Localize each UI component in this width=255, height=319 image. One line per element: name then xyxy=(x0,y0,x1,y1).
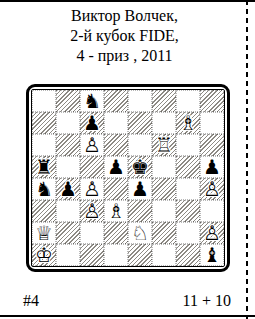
piece-white-queen[interactable]: ♕ xyxy=(35,222,53,244)
square-g5[interactable] xyxy=(176,156,200,178)
square-f7[interactable] xyxy=(152,112,176,134)
square-a2[interactable]: ♕ xyxy=(32,222,56,244)
square-a8[interactable] xyxy=(32,90,56,112)
square-c1[interactable] xyxy=(80,244,104,266)
square-h7[interactable] xyxy=(200,112,224,134)
square-c3[interactable]: ♙ xyxy=(80,200,104,222)
square-c2[interactable] xyxy=(80,222,104,244)
square-d8[interactable] xyxy=(104,90,128,112)
square-f1[interactable] xyxy=(152,244,176,266)
trim-line-bottom xyxy=(0,315,255,317)
square-g4[interactable] xyxy=(176,178,200,200)
square-c7[interactable]: ♟ xyxy=(80,112,104,134)
square-g1[interactable] xyxy=(176,244,200,266)
piece-black-rook[interactable]: ♜ xyxy=(35,156,53,178)
square-a7[interactable] xyxy=(32,112,56,134)
square-d7[interactable] xyxy=(104,112,128,134)
square-c4[interactable]: ♙ xyxy=(80,178,104,200)
square-e1[interactable] xyxy=(128,244,152,266)
piece-black-pawn[interactable]: ♟ xyxy=(83,112,101,134)
chessboard-grid: ♞♟♗♙♖♜♟♚♟♞♟♙♟♙♙♗♕♘♙♔♝ xyxy=(32,90,224,266)
piece-white-pawn[interactable]: ♙ xyxy=(203,222,221,244)
square-b7[interactable] xyxy=(56,112,80,134)
square-f6[interactable]: ♖ xyxy=(152,134,176,156)
square-h2[interactable]: ♙ xyxy=(200,222,224,244)
square-b6[interactable] xyxy=(56,134,80,156)
material-count-label: 11 + 10 xyxy=(183,291,231,311)
square-d1[interactable] xyxy=(104,244,128,266)
chessboard-frame: ♞♟♗♙♖♜♟♚♟♞♟♙♟♙♙♗♕♘♙♔♝ xyxy=(26,84,230,272)
tourney-name: 2-й кубок FIDE, xyxy=(0,26,249,46)
trim-line-top xyxy=(0,0,255,2)
square-h4[interactable]: ♙ xyxy=(200,178,224,200)
square-b1[interactable] xyxy=(56,244,80,266)
chessboard: ♞♟♗♙♖♜♟♚♟♞♟♙♟♙♙♗♕♘♙♔♝ xyxy=(31,89,225,267)
piece-black-pawn[interactable]: ♟ xyxy=(203,156,221,178)
square-f8[interactable] xyxy=(152,90,176,112)
piece-black-pawn[interactable]: ♟ xyxy=(107,156,125,178)
piece-white-rook[interactable]: ♖ xyxy=(155,134,173,156)
piece-white-pawn[interactable]: ♙ xyxy=(83,178,101,200)
piece-white-bishop[interactable]: ♗ xyxy=(179,112,197,134)
piece-black-pawn[interactable]: ♟ xyxy=(131,178,149,200)
square-c6[interactable]: ♙ xyxy=(80,134,104,156)
square-f5[interactable] xyxy=(152,156,176,178)
square-e3[interactable] xyxy=(128,200,152,222)
square-g2[interactable] xyxy=(176,222,200,244)
square-f3[interactable] xyxy=(152,200,176,222)
piece-white-bishop[interactable]: ♗ xyxy=(107,200,125,222)
stipulation-label: #4 xyxy=(23,291,39,311)
piece-black-knight[interactable]: ♞ xyxy=(83,90,101,112)
square-b2[interactable] xyxy=(56,222,80,244)
square-f4[interactable] xyxy=(152,178,176,200)
square-b3[interactable] xyxy=(56,200,80,222)
square-h6[interactable] xyxy=(200,134,224,156)
piece-black-pawn[interactable]: ♟ xyxy=(59,178,77,200)
square-e5[interactable]: ♚ xyxy=(128,156,152,178)
piece-white-king[interactable]: ♔ xyxy=(35,244,53,266)
square-b8[interactable] xyxy=(56,90,80,112)
square-b5[interactable] xyxy=(56,156,80,178)
square-g6[interactable] xyxy=(176,134,200,156)
square-d4[interactable] xyxy=(104,178,128,200)
square-d3[interactable]: ♗ xyxy=(104,200,128,222)
square-e6[interactable] xyxy=(128,134,152,156)
piece-white-pawn[interactable]: ♙ xyxy=(203,178,221,200)
square-e4[interactable]: ♟ xyxy=(128,178,152,200)
square-e2[interactable]: ♘ xyxy=(128,222,152,244)
square-d2[interactable] xyxy=(104,222,128,244)
piece-white-knight[interactable]: ♘ xyxy=(131,222,149,244)
piece-black-bishop[interactable]: ♝ xyxy=(203,244,221,266)
author-name: Виктор Волчек, xyxy=(0,6,249,26)
caption-row: #4 11 + 10 xyxy=(0,291,255,311)
piece-black-king[interactable]: ♚ xyxy=(131,156,149,178)
square-d6[interactable] xyxy=(104,134,128,156)
piece-white-pawn[interactable]: ♙ xyxy=(83,134,101,156)
square-h3[interactable] xyxy=(200,200,224,222)
square-h5[interactable]: ♟ xyxy=(200,156,224,178)
problem-header: Виктор Волчек, 2-й кубок FIDE, 4 - приз … xyxy=(0,6,249,66)
square-a5[interactable]: ♜ xyxy=(32,156,56,178)
square-g8[interactable] xyxy=(176,90,200,112)
piece-black-knight[interactable]: ♞ xyxy=(35,178,53,200)
square-f2[interactable] xyxy=(152,222,176,244)
square-h8[interactable] xyxy=(200,90,224,112)
square-a6[interactable] xyxy=(32,134,56,156)
square-b4[interactable]: ♟ xyxy=(56,178,80,200)
square-a4[interactable]: ♞ xyxy=(32,178,56,200)
award-year: 4 - приз , 2011 xyxy=(0,46,249,66)
square-c5[interactable] xyxy=(80,156,104,178)
square-c8[interactable]: ♞ xyxy=(80,90,104,112)
square-g7[interactable]: ♗ xyxy=(176,112,200,134)
square-e7[interactable] xyxy=(128,112,152,134)
square-e8[interactable] xyxy=(128,90,152,112)
square-d5[interactable]: ♟ xyxy=(104,156,128,178)
piece-white-pawn[interactable]: ♙ xyxy=(83,200,101,222)
square-h1[interactable]: ♝ xyxy=(200,244,224,266)
square-a1[interactable]: ♔ xyxy=(32,244,56,266)
square-g3[interactable] xyxy=(176,200,200,222)
square-a3[interactable] xyxy=(32,200,56,222)
